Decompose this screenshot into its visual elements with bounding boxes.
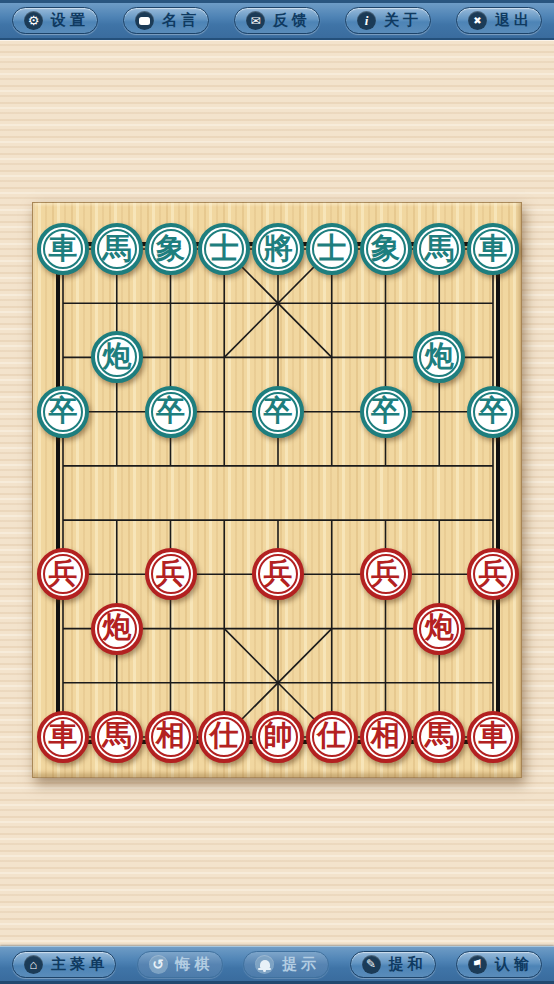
black-piece[interactable]: 卒 — [360, 386, 412, 438]
gear-icon: ⚙ — [24, 11, 43, 30]
piece-character: 炮 — [95, 607, 139, 651]
piece-character: 帥 — [256, 715, 300, 759]
bottom-toolbar: ⌂ 主菜单 ↺ 悔棋 提示 ✎ 提和 ⚑ 认输 — [0, 946, 554, 984]
black-piece[interactable]: 車 — [37, 223, 89, 275]
piece-character: 卒 — [256, 390, 300, 434]
piece-character: 車 — [41, 715, 85, 759]
piece-character: 相 — [364, 715, 408, 759]
piece-character: 卒 — [471, 390, 515, 434]
red-piece[interactable]: 兵 — [360, 548, 412, 600]
piece-character: 車 — [471, 227, 515, 271]
red-piece[interactable]: 車 — [37, 711, 89, 763]
speech-icon — [135, 11, 154, 30]
piece-character: 士 — [310, 227, 354, 271]
undo-move-label: 悔棋 — [176, 955, 214, 974]
piece-character: 仕 — [310, 715, 354, 759]
feedback-label: 反馈 — [273, 11, 311, 30]
piece-character: 象 — [149, 227, 193, 271]
exit-button[interactable]: ✖ 退出 — [456, 7, 542, 34]
red-piece[interactable]: 馬 — [413, 711, 465, 763]
black-piece[interactable]: 卒 — [252, 386, 304, 438]
black-piece[interactable]: 象 — [360, 223, 412, 275]
undo-move-button[interactable]: ↺ 悔棋 — [137, 951, 223, 978]
piece-character: 兵 — [256, 552, 300, 596]
feedback-button[interactable]: ✉ 反馈 — [234, 7, 320, 34]
offer-draw-button[interactable]: ✎ 提和 — [350, 951, 436, 978]
red-piece[interactable]: 馬 — [91, 711, 143, 763]
piece-character: 卒 — [364, 390, 408, 434]
black-piece[interactable]: 馬 — [413, 223, 465, 275]
red-piece[interactable]: 相 — [145, 711, 197, 763]
quotes-button[interactable]: 名言 — [123, 7, 209, 34]
black-piece[interactable]: 卒 — [145, 386, 197, 438]
hint-label: 提示 — [282, 955, 320, 974]
piece-character: 馬 — [95, 227, 139, 271]
piece-character: 車 — [41, 227, 85, 271]
red-piece[interactable]: 兵 — [467, 548, 519, 600]
black-piece[interactable]: 卒 — [467, 386, 519, 438]
black-piece[interactable]: 馬 — [91, 223, 143, 275]
close-icon: ✖ — [468, 11, 487, 30]
black-piece[interactable]: 卒 — [37, 386, 89, 438]
about-button[interactable]: i 关于 — [345, 7, 431, 34]
piece-character: 炮 — [95, 335, 139, 379]
piece-character: 車 — [471, 715, 515, 759]
piece-character: 兵 — [41, 552, 85, 596]
red-piece[interactable]: 兵 — [252, 548, 304, 600]
piece-character: 將 — [256, 227, 300, 271]
black-piece[interactable]: 炮 — [413, 331, 465, 383]
main-menu-label: 主菜单 — [51, 955, 108, 974]
exit-label: 退出 — [495, 11, 533, 30]
info-icon: i — [357, 11, 376, 30]
settings-button[interactable]: ⚙ 设置 — [12, 7, 98, 34]
piece-character: 炮 — [417, 607, 461, 651]
offer-draw-label: 提和 — [389, 955, 427, 974]
red-piece[interactable]: 炮 — [91, 603, 143, 655]
red-piece[interactable]: 帥 — [252, 711, 304, 763]
undo-icon: ↺ — [149, 955, 168, 974]
quotes-label: 名言 — [162, 11, 200, 30]
red-piece[interactable]: 炮 — [413, 603, 465, 655]
piece-character: 馬 — [95, 715, 139, 759]
bell-icon — [255, 955, 274, 974]
black-piece[interactable]: 車 — [467, 223, 519, 275]
piece-character: 士 — [202, 227, 246, 271]
pencil-icon: ✎ — [362, 955, 381, 974]
hint-button[interactable]: 提示 — [243, 951, 329, 978]
main-menu-button[interactable]: ⌂ 主菜单 — [12, 951, 116, 978]
piece-character: 仕 — [202, 715, 246, 759]
black-piece[interactable]: 炮 — [91, 331, 143, 383]
black-piece[interactable]: 象 — [145, 223, 197, 275]
resign-button[interactable]: ⚑ 认输 — [456, 951, 542, 978]
piece-character: 兵 — [364, 552, 408, 596]
red-piece[interactable]: 兵 — [37, 548, 89, 600]
home-icon: ⌂ — [24, 955, 43, 974]
settings-label: 设置 — [51, 11, 89, 30]
red-piece[interactable]: 仕 — [306, 711, 358, 763]
board-grid-lines — [33, 203, 523, 779]
black-piece[interactable]: 士 — [198, 223, 250, 275]
about-label: 关于 — [384, 11, 422, 30]
red-piece[interactable]: 相 — [360, 711, 412, 763]
flag-icon: ⚑ — [468, 955, 487, 974]
resign-label: 认输 — [495, 955, 533, 974]
envelope-icon: ✉ — [246, 11, 265, 30]
top-toolbar: ⚙ 设置 名言 ✉ 反馈 i 关于 ✖ 退出 — [0, 0, 554, 40]
piece-character: 象 — [364, 227, 408, 271]
piece-character: 馬 — [417, 715, 461, 759]
black-piece[interactable]: 士 — [306, 223, 358, 275]
black-piece[interactable]: 將 — [252, 223, 304, 275]
red-piece[interactable]: 兵 — [145, 548, 197, 600]
red-piece[interactable]: 仕 — [198, 711, 250, 763]
xiangqi-board[interactable]: 車馬象士將士象馬車炮炮卒卒卒卒卒兵兵兵兵兵炮炮車馬相仕帥仕相馬車 — [32, 202, 522, 778]
piece-character: 相 — [149, 715, 193, 759]
red-piece[interactable]: 車 — [467, 711, 519, 763]
piece-character: 馬 — [417, 227, 461, 271]
piece-character: 炮 — [417, 335, 461, 379]
piece-character: 卒 — [149, 390, 193, 434]
piece-character: 兵 — [149, 552, 193, 596]
piece-character: 卒 — [41, 390, 85, 434]
piece-character: 兵 — [471, 552, 515, 596]
